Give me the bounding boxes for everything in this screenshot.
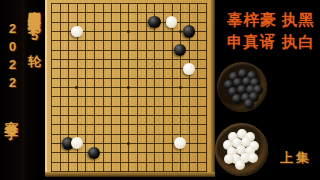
stone-f3 <box>88 147 100 159</box>
star-point <box>127 30 130 33</box>
white-stones-bowl <box>215 123 268 176</box>
stone-r16 <box>183 25 195 37</box>
event-banner: 2022 赛季 中国围棋甲级联赛第15轮 <box>0 0 45 180</box>
star-point <box>127 86 130 89</box>
board-bottom-edge <box>45 172 215 177</box>
banner-season: 赛季 <box>3 109 21 119</box>
stone-p17 <box>166 16 178 28</box>
white-bowl-stone <box>235 160 245 170</box>
white-bowl-stone <box>248 153 258 163</box>
episode-label: 上集 <box>280 149 312 167</box>
video-thumbnail: 2022 赛季 中国围棋甲级联赛第15轮 辜梓豪 执黑 申真谞 执白 上集 <box>0 0 320 180</box>
stone-d4 <box>71 137 83 149</box>
white-player-label: 申真谞 执白 <box>227 32 315 53</box>
banner-year: 2022 <box>5 21 20 93</box>
black-stones-bowl <box>217 62 267 112</box>
stone-q4 <box>174 137 186 149</box>
star-point <box>127 142 130 145</box>
go-board <box>45 0 215 177</box>
black-bowl-stone <box>244 99 254 109</box>
black-player-label: 辜梓豪 执黑 <box>227 10 315 31</box>
stone-n17 <box>148 16 160 28</box>
stone-r12 <box>183 63 195 75</box>
star-point <box>179 30 182 33</box>
banner-event-title: 中国围棋甲级联赛第15轮 <box>26 1 42 45</box>
stone-q14 <box>174 44 186 56</box>
star-point <box>179 86 182 89</box>
stone-d16 <box>71 26 83 38</box>
